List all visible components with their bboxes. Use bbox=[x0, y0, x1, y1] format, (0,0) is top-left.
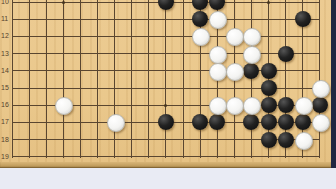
grid-line-horizontal bbox=[12, 19, 321, 20]
black-stone bbox=[192, 114, 208, 130]
star-point bbox=[62, 1, 65, 4]
black-stone bbox=[261, 63, 277, 79]
white-stone bbox=[192, 28, 210, 46]
white-stone bbox=[226, 63, 244, 81]
grid-line-vertical bbox=[131, 0, 132, 158]
white-stone bbox=[209, 97, 227, 115]
board-grid[interactable]: 10111213141516171819 bbox=[0, 0, 331, 162]
black-stone bbox=[243, 114, 259, 130]
white-stone bbox=[312, 114, 330, 132]
star-point bbox=[164, 104, 167, 107]
grid-line-vertical bbox=[12, 0, 13, 158]
black-stone bbox=[209, 114, 225, 130]
black-stone bbox=[261, 97, 277, 113]
row-label: 10 bbox=[1, 0, 11, 6]
white-stone bbox=[243, 46, 261, 64]
row-label: 12 bbox=[1, 32, 11, 40]
grid-line-vertical bbox=[80, 0, 81, 158]
black-stone bbox=[278, 97, 294, 113]
star-point bbox=[267, 1, 270, 4]
black-stone bbox=[158, 0, 174, 10]
black-stone bbox=[312, 97, 328, 113]
white-stone bbox=[107, 114, 125, 132]
white-stone bbox=[312, 80, 330, 98]
go-board[interactable]: 10111213141516171819 bbox=[0, 0, 331, 168]
row-label: 13 bbox=[1, 50, 11, 58]
white-stone bbox=[243, 97, 261, 115]
black-stone bbox=[278, 114, 294, 130]
grid-line-vertical bbox=[183, 0, 184, 158]
black-stone bbox=[209, 0, 225, 10]
white-stone bbox=[55, 97, 73, 115]
black-stone bbox=[243, 63, 259, 79]
row-label: 11 bbox=[1, 15, 11, 23]
white-stone bbox=[209, 46, 227, 64]
white-stone bbox=[295, 97, 313, 115]
grid-line-vertical bbox=[165, 0, 166, 158]
grid-line-horizontal bbox=[12, 53, 321, 54]
app-screen: 10111213141516171819 bbox=[0, 0, 336, 189]
black-stone bbox=[261, 80, 277, 96]
row-label: 18 bbox=[1, 136, 11, 144]
bottom-bar bbox=[0, 168, 336, 189]
grid-line-vertical bbox=[319, 0, 320, 158]
black-stone bbox=[295, 114, 311, 130]
white-stone bbox=[209, 63, 227, 81]
grid-line-vertical bbox=[251, 0, 252, 158]
white-stone bbox=[226, 28, 244, 46]
grid-line-vertical bbox=[46, 0, 47, 158]
grid-line-vertical bbox=[148, 0, 149, 158]
row-label: 14 bbox=[1, 67, 11, 75]
row-label: 15 bbox=[1, 84, 11, 92]
row-label: 16 bbox=[1, 101, 11, 109]
black-stone bbox=[278, 132, 294, 148]
grid-line-vertical bbox=[63, 0, 64, 158]
grid-line-vertical bbox=[97, 0, 98, 158]
right-panel-strip bbox=[331, 0, 336, 168]
black-stone bbox=[158, 114, 174, 130]
black-stone bbox=[261, 132, 277, 148]
row-label: 19 bbox=[1, 153, 11, 161]
black-stone bbox=[261, 114, 277, 130]
white-stone bbox=[243, 28, 261, 46]
black-stone bbox=[295, 11, 311, 27]
white-stone bbox=[209, 11, 227, 29]
white-stone bbox=[226, 97, 244, 115]
grid-line-horizontal bbox=[12, 36, 321, 37]
grid-line-vertical bbox=[29, 0, 30, 158]
black-stone bbox=[192, 0, 208, 10]
grid-line-vertical bbox=[114, 0, 115, 158]
black-stone bbox=[192, 11, 208, 27]
grid-line-horizontal bbox=[12, 156, 321, 157]
black-stone bbox=[278, 46, 294, 62]
row-label: 17 bbox=[1, 118, 11, 126]
white-stone bbox=[295, 132, 313, 150]
